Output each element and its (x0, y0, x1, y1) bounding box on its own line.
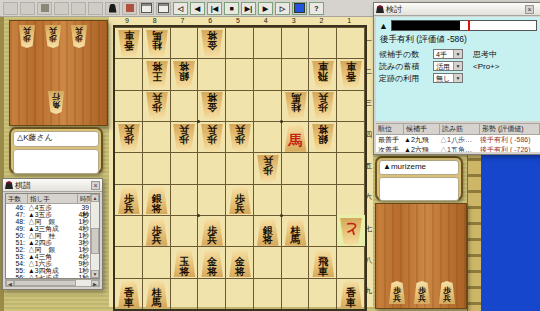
shogi-piece-飛車[interactable]: 飛車 (311, 249, 335, 277)
file-label: 8 (141, 17, 169, 25)
file-label: 2 (307, 17, 335, 25)
kifu-vertical-scrollbar[interactable]: ▲ ▼ (90, 194, 99, 278)
shogi-piece-歩兵[interactable]: 歩兵 (413, 281, 431, 304)
kifu-move-row[interactable]: 54:△1六歩9秒 (6, 260, 99, 267)
sente-name: ▲murizeme (379, 160, 459, 175)
shogi-piece-桂馬[interactable]: 桂馬 (284, 92, 308, 120)
evaluation-text: 後手有利 (評価値 -586) (380, 34, 537, 46)
tool-button-3[interactable] (88, 2, 103, 15)
nav-next-button[interactable]: ▶ (258, 2, 273, 15)
kifu-move-row[interactable]: 47:▲3五歩4秒 (6, 211, 99, 218)
shogi-piece-金将[interactable]: 金将 (228, 249, 252, 277)
kifu-window-icon (5, 181, 13, 189)
evaluation-bar-marker (468, 20, 470, 31)
analysis-window-button[interactable] (156, 2, 171, 15)
candidate-table[interactable]: 順位 候補手 読み筋 形勢 (評価値) 最善手▲2九飛△1八歩…後手有利 ( -… (376, 123, 540, 152)
kifu-col-move: 指し手 (28, 194, 78, 203)
app-window: ◁◀|◀■▶|▶▷? 987654321 一二三四五六七八九 香車桂馬金将王将銀… (0, 0, 540, 311)
option-row: 読みの蓄積活用▼<Pro+> (379, 60, 537, 72)
scroll-down-icon[interactable]: ▼ (91, 270, 99, 278)
chevron-down-icon[interactable]: ▼ (453, 50, 462, 58)
nav-prev-fast-button[interactable]: ◁ (173, 2, 188, 15)
evaluation-bar (391, 20, 537, 31)
shogi-board: 987654321 一二三四五六七八九 香車桂馬金将王将銀将飛車香車歩兵金将桂馬… (109, 17, 373, 307)
gote-nameplate: △K藤さん (9, 127, 103, 174)
option-row: 定跡の利用無し▼ (379, 72, 537, 84)
file-label: 4 (252, 17, 280, 25)
shogi-piece-歩兵[interactable]: 歩兵 (388, 281, 406, 304)
shogi-piece-歩兵[interactable]: 歩兵 (438, 281, 456, 304)
kifu-window: 棋譜 × 手数 指し手 時間 46:△4五歩39秒47:▲3五歩4秒48:△同 … (2, 178, 103, 290)
shogi-piece-桂馬[interactable]: 桂馬 (145, 30, 169, 58)
analysis-window-icon (376, 5, 384, 13)
shogi-piece-歩兵[interactable]: 歩兵 (117, 124, 141, 152)
col-eval: 形勢 (評価値) (480, 124, 540, 134)
kifu-rows: 46:△4五歩39秒47:▲3五歩4秒48:△同 銀1秒49:▲3三角成4秒50… (6, 204, 99, 279)
shogi-piece-金将[interactable]: 金将 (200, 30, 224, 58)
option-dropdown[interactable]: 無し▼ (433, 73, 463, 83)
nav-first-button[interactable]: |◀ (207, 2, 222, 15)
new-file-button[interactable] (3, 2, 18, 15)
kifu-move-row[interactable]: 49:▲3三角成4秒 (6, 225, 99, 232)
kifu-move-row[interactable]: 55:▲3四角成1秒 (6, 267, 99, 274)
kifu-move-row[interactable]: 52:△同 銀1秒 (6, 246, 99, 253)
sente-piece-stand[interactable]: 歩兵歩兵歩兵 (375, 203, 467, 309)
file-label: 7 (169, 17, 197, 25)
nav-next-fast-button[interactable]: ▷ (275, 2, 290, 15)
col-line: 読み筋 (440, 124, 480, 134)
shogi-piece-金将[interactable]: 金将 (200, 249, 224, 277)
tool-button-2[interactable] (71, 2, 86, 15)
kifu-close-button[interactable]: × (91, 181, 100, 190)
option-row: 候補手の数4手▼思考中 (379, 48, 537, 60)
shogi-piece-銀将[interactable]: 銀将 (256, 218, 280, 246)
option-label: 読みの蓄積 (379, 61, 429, 72)
kifu-titlebar[interactable]: 棋譜 × (3, 179, 102, 192)
chevron-down-icon[interactable]: ▼ (453, 62, 462, 70)
shogi-piece-歩兵[interactable]: 歩兵 (256, 155, 280, 183)
file-label: 5 (224, 17, 252, 25)
shogi-piece-歩兵[interactable]: 歩兵 (200, 218, 224, 246)
gote-name: △K藤さん (13, 131, 99, 147)
shogi-piece-香車[interactable]: 香車 (339, 61, 363, 89)
shogi-piece-香車[interactable]: 香車 (117, 280, 141, 308)
scroll-thumb[interactable] (91, 228, 99, 254)
shogi-piece-角行[interactable]: 角行 (47, 91, 65, 114)
evaluation-bar-fill (392, 21, 460, 30)
status-engine-level: <Pro+> (473, 62, 499, 71)
candidate-row[interactable]: 最善手▲2九飛△1八歩…後手有利 ( -586) (376, 135, 540, 145)
sente-mark: ▲ (379, 21, 388, 31)
analysis-window: 検討 × ▲ 後手有利 (評価値 -586) 候補手の数4手▼思考中読みの蓄積活… (373, 2, 540, 155)
shogi-piece-歩兵[interactable]: 歩兵 (311, 92, 335, 120)
file-labels: 987654321 (113, 17, 363, 25)
tool-button-1[interactable] (54, 2, 69, 15)
shogi-piece-歩兵[interactable]: 歩兵 (117, 186, 141, 214)
shogi-piece-桂馬[interactable]: 桂馬 (145, 280, 169, 308)
kifu-move-row[interactable]: 46:△4五歩39秒 (6, 204, 99, 211)
file-label: 6 (196, 17, 224, 25)
kifu-move-row[interactable]: 50:△同 桂1秒 (6, 232, 99, 239)
option-dropdown[interactable]: 活用▼ (433, 61, 463, 71)
gote-piece-stand[interactable]: 歩兵歩兵歩兵角行 (9, 20, 108, 126)
shogi-piece-歩兵[interactable]: 歩兵 (228, 124, 252, 152)
shogi-piece-玉将[interactable]: 玉将 (172, 249, 196, 277)
option-dropdown[interactable]: 4手▼ (433, 49, 463, 59)
hoshi-dot (197, 120, 200, 123)
kifu-move-row[interactable]: 48:△同 銀1秒 (6, 218, 99, 225)
scroll-up-icon[interactable]: ▲ (91, 194, 99, 202)
option-label: 定跡の利用 (379, 73, 429, 84)
scroll-left-icon[interactable]: ◀ (6, 280, 14, 286)
analysis-close-button[interactable]: × (525, 5, 534, 14)
analysis-body: ▲ 後手有利 (評価値 -586) 候補手の数4手▼思考中読みの蓄積活用▼<Pr… (376, 17, 540, 121)
shogi-piece-金将[interactable]: 金将 (200, 92, 224, 120)
shogi-piece-飛車[interactable]: 飛車 (311, 61, 335, 89)
kifu-window-title: 棋譜 (15, 180, 89, 191)
kifu-window-button[interactable] (139, 2, 154, 15)
shogi-piece-歩兵[interactable]: 歩兵 (172, 124, 196, 152)
file-label: 9 (113, 17, 141, 25)
shogi-piece-歩兵[interactable]: 歩兵 (200, 124, 224, 152)
shogi-piece-香車[interactable]: 香車 (339, 280, 363, 308)
analysis-titlebar[interactable]: 検討 × (374, 3, 540, 16)
shogi-piece-馬[interactable]: 馬 (284, 124, 308, 152)
kifu-horizontal-scrollbar[interactable]: ◀ ▶ (5, 279, 100, 287)
shogi-piece-王将[interactable]: 王将 (145, 61, 169, 89)
kifu-list[interactable]: 手数 指し手 時間 46:△4五歩39秒47:▲3五歩4秒48:△同 銀1秒49… (5, 193, 100, 279)
kifu-header: 手数 指し手 時間 (6, 194, 99, 204)
shogi-piece-銀将[interactable]: 銀将 (172, 61, 196, 89)
nav-prev-button[interactable]: ◀ (190, 2, 205, 15)
file-label: 3 (280, 17, 308, 25)
kifu-move-row[interactable]: 51:▲2四歩3秒 (6, 239, 99, 246)
hoshi-dot (280, 120, 283, 123)
edit-button[interactable] (122, 2, 137, 15)
chevron-down-icon[interactable]: ▼ (453, 74, 462, 82)
shogi-piece-歩兵[interactable]: 歩兵 (44, 25, 62, 48)
nav-stop-button[interactable]: ■ (224, 2, 239, 15)
shogi-piece-歩兵[interactable]: 歩兵 (70, 25, 88, 48)
shogi-piece-歩兵[interactable]: 歩兵 (18, 25, 36, 48)
kifu-move-row[interactable]: 53:▲4三角4秒 (6, 253, 99, 260)
candidate-table-header: 順位 候補手 読み筋 形勢 (評価値) (376, 124, 540, 135)
option-label: 候補手の数 (379, 49, 429, 60)
kifu-col-moveno: 手数 (6, 194, 28, 203)
shogi-piece-歩兵[interactable]: 歩兵 (145, 218, 169, 246)
sente-nameplate: ▲murizeme (375, 156, 463, 201)
piece-button[interactable] (105, 2, 120, 15)
col-rank: 順位 (376, 124, 404, 134)
monitor-button[interactable] (292, 2, 307, 15)
hoshi-dot (280, 214, 283, 217)
save-button[interactable] (37, 2, 52, 15)
shogi-piece-銀将[interactable]: 銀将 (311, 124, 335, 152)
open-file-button[interactable] (20, 2, 35, 15)
sente-info-box (379, 177, 459, 201)
shogi-piece-歩兵[interactable]: 歩兵 (228, 186, 252, 214)
file-label: 1 (335, 17, 363, 25)
help-button[interactable]: ? (309, 2, 324, 15)
col-candidate: 候補手 (404, 124, 440, 134)
status-thinking: 思考中 (473, 49, 497, 60)
hoshi-dot (197, 214, 200, 217)
gote-info-box (13, 149, 99, 174)
candidate-row[interactable]: 次善手▲2六飛△1五角…後手有利 ( -726) (376, 145, 540, 153)
shogi-piece-銀将[interactable]: 銀将 (145, 186, 169, 214)
scroll-right-icon[interactable]: ▶ (91, 280, 99, 286)
board-grid[interactable]: 香車桂馬金将王将銀将飛車香車歩兵金将桂馬歩兵歩兵歩兵歩兵歩兵馬銀将歩兵歩兵銀将歩… (113, 25, 367, 311)
nav-last-button[interactable]: ▶| (241, 2, 256, 15)
shogi-piece-桂馬[interactable]: 桂馬 (284, 218, 308, 246)
shogi-piece-香車[interactable]: 香車 (117, 30, 141, 58)
shogi-piece-歩兵[interactable]: 歩兵 (145, 92, 169, 120)
analysis-window-title: 検討 (386, 4, 523, 15)
scroll-thumb-h[interactable] (14, 280, 76, 286)
